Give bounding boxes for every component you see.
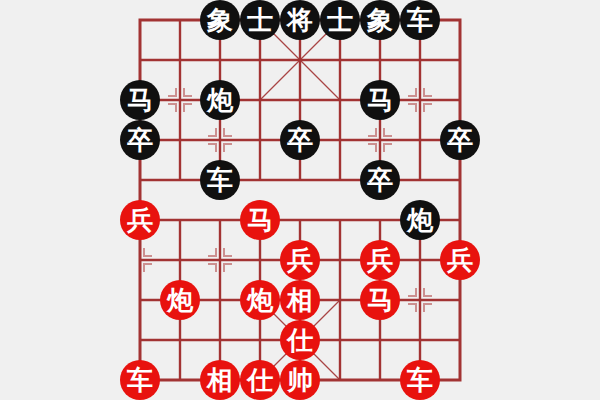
- piece-red-soldier[interactable]: 兵: [440, 240, 480, 280]
- piece-black-chariot[interactable]: 车: [200, 160, 240, 200]
- piece-red-elephant[interactable]: 相: [200, 360, 240, 400]
- piece-red-soldier[interactable]: 兵: [360, 240, 400, 280]
- piece-black-chariot[interactable]: 车: [400, 0, 440, 40]
- piece-red-cannon[interactable]: 炮: [240, 280, 280, 320]
- piece-black-general[interactable]: 将: [280, 0, 320, 40]
- piece-red-cannon[interactable]: 炮: [160, 280, 200, 320]
- piece-red-general[interactable]: 帅: [280, 360, 320, 400]
- piece-red-chariot[interactable]: 车: [120, 360, 160, 400]
- piece-red-soldier[interactable]: 兵: [280, 240, 320, 280]
- piece-red-advisor[interactable]: 仕: [240, 360, 280, 400]
- piece-black-horse[interactable]: 马: [360, 80, 400, 120]
- xiangqi-app: 象士将士象车马炮马卒卒卒车卒兵马炮兵兵兵炮炮相马仕车相仕帅车: [0, 0, 600, 400]
- piece-black-elephant[interactable]: 象: [360, 0, 400, 40]
- piece-black-soldier[interactable]: 卒: [120, 120, 160, 160]
- piece-red-elephant[interactable]: 相: [280, 280, 320, 320]
- piece-black-advisor[interactable]: 士: [320, 0, 360, 40]
- piece-black-soldier[interactable]: 卒: [280, 120, 320, 160]
- xiangqi-board[interactable]: 象士将士象车马炮马卒卒卒车卒兵马炮兵兵兵炮炮相马仕车相仕帅车: [120, 0, 480, 400]
- piece-black-soldier[interactable]: 卒: [440, 120, 480, 160]
- piece-red-chariot[interactable]: 车: [400, 360, 440, 400]
- piece-red-horse[interactable]: 马: [360, 280, 400, 320]
- piece-black-soldier[interactable]: 卒: [360, 160, 400, 200]
- piece-red-soldier[interactable]: 兵: [120, 200, 160, 240]
- piece-black-cannon[interactable]: 炮: [200, 80, 240, 120]
- piece-black-cannon[interactable]: 炮: [400, 200, 440, 240]
- piece-black-elephant[interactable]: 象: [200, 0, 240, 40]
- piece-red-horse[interactable]: 马: [240, 200, 280, 240]
- piece-red-advisor[interactable]: 仕: [280, 320, 320, 360]
- piece-black-advisor[interactable]: 士: [240, 0, 280, 40]
- piece-black-horse[interactable]: 马: [120, 80, 160, 120]
